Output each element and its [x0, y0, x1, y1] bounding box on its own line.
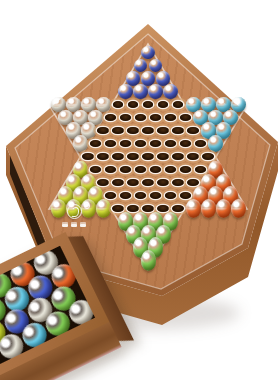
blue-marble [133, 84, 148, 99]
hole [157, 205, 169, 212]
hole [165, 114, 176, 121]
board-row [8, 72, 280, 85]
hole [180, 114, 191, 121]
hole [187, 179, 199, 186]
hole [195, 140, 206, 147]
hole [142, 205, 154, 212]
marble-white [51, 98, 66, 111]
hole [172, 127, 183, 134]
empty-hole [163, 111, 178, 124]
empty-hole [103, 163, 118, 176]
empty-hole [163, 137, 178, 150]
hole [150, 140, 161, 147]
empty-hole [148, 111, 163, 124]
hole [120, 114, 131, 121]
marble-orange [186, 202, 201, 215]
hole [135, 140, 146, 147]
empty-hole [171, 98, 186, 111]
hole [157, 153, 168, 160]
marble-blue [148, 85, 163, 98]
empty-hole [118, 189, 133, 202]
empty-hole [148, 163, 163, 176]
marble-white [73, 137, 88, 150]
hole [202, 153, 213, 160]
empty-hole [111, 124, 126, 137]
hole [127, 179, 139, 186]
hole [173, 101, 184, 108]
blue-marble [163, 84, 178, 99]
marble-orange [201, 202, 216, 215]
blue-marble [141, 46, 155, 60]
board-row [8, 137, 280, 150]
hole [157, 127, 168, 134]
hole [165, 166, 177, 173]
empty-hole [156, 176, 171, 189]
board-row [8, 98, 280, 111]
empty-hole [186, 124, 201, 137]
empty-hole [193, 137, 208, 150]
marble-blue [156, 72, 171, 85]
empty-hole [126, 124, 141, 137]
hole [97, 153, 108, 160]
empty-hole [156, 150, 171, 163]
empty-hole [126, 176, 141, 189]
board-row [8, 59, 280, 72]
marble-cyan [201, 98, 216, 111]
hole [135, 114, 146, 121]
hole [97, 127, 108, 134]
hole [112, 127, 123, 134]
hole [135, 166, 147, 173]
hole [120, 166, 132, 173]
empty-hole [171, 176, 186, 189]
marble-cyan [231, 98, 246, 111]
empty-hole [111, 176, 126, 189]
hole [127, 153, 138, 160]
empty-hole [133, 163, 148, 176]
marble-cyan [208, 137, 223, 150]
hole [113, 101, 124, 108]
empty-hole [141, 124, 156, 137]
board-row [8, 46, 280, 59]
marble-blue [163, 85, 178, 98]
hole [105, 114, 116, 121]
empty-hole [126, 98, 141, 111]
empty-hole [156, 124, 171, 137]
marble-blue [141, 72, 156, 85]
marble-cyan [186, 98, 201, 111]
hole [127, 205, 139, 212]
hole [172, 205, 184, 212]
empty-hole [133, 111, 148, 124]
product-photo [0, 0, 280, 380]
empty-hole [141, 150, 156, 163]
hole [142, 179, 154, 186]
empty-hole [171, 150, 186, 163]
registered-mark-icon [84, 203, 90, 209]
blue-marble [118, 84, 133, 99]
marble-cyan [216, 98, 231, 111]
hole [120, 140, 131, 147]
hole [172, 179, 184, 186]
marble-white [96, 98, 111, 111]
empty-hole [133, 189, 148, 202]
marble-blue [148, 59, 163, 72]
hole [142, 127, 153, 134]
hole [150, 166, 162, 173]
hole [157, 179, 169, 186]
hole [195, 166, 207, 173]
empty-hole [118, 163, 133, 176]
empty-hole [163, 163, 178, 176]
empty-hole [186, 150, 201, 163]
empty-hole [96, 150, 111, 163]
empty-hole [133, 137, 148, 150]
hole [165, 140, 176, 147]
hole [112, 153, 123, 160]
empty-hole [141, 98, 156, 111]
marble-green [141, 254, 156, 267]
hole [120, 192, 132, 199]
empty-hole [111, 150, 126, 163]
empty-hole [118, 137, 133, 150]
empty-hole [148, 189, 163, 202]
hole [180, 192, 192, 199]
marble-blue [126, 72, 141, 85]
board-row [8, 111, 280, 124]
empty-hole [178, 163, 193, 176]
board-row [8, 150, 280, 163]
marble-blue [133, 85, 148, 98]
hole [158, 101, 169, 108]
marble-orange [216, 202, 231, 215]
marble-white [81, 98, 96, 111]
empty-hole [103, 137, 118, 150]
empty-hole [88, 137, 103, 150]
blue-marble [148, 84, 163, 99]
empty-hole [156, 98, 171, 111]
empty-hole [141, 176, 156, 189]
empty-hole [171, 124, 186, 137]
hole [172, 153, 183, 160]
empty-hole [178, 111, 193, 124]
empty-hole [178, 137, 193, 150]
hole [82, 153, 93, 160]
hole [150, 114, 161, 121]
empty-hole [111, 98, 126, 111]
hole [135, 192, 147, 199]
hole [127, 127, 138, 134]
green-marble [141, 250, 156, 271]
hole [105, 140, 116, 147]
hole [187, 153, 198, 160]
marble-blue [141, 46, 156, 59]
hole [180, 140, 191, 147]
marble-blue [133, 59, 148, 72]
hole [105, 192, 117, 199]
board-row [8, 163, 280, 176]
hole [143, 101, 154, 108]
hole [180, 166, 192, 173]
empty-hole [148, 137, 163, 150]
hole [97, 179, 109, 186]
hole [142, 153, 153, 160]
empty-hole [96, 124, 111, 137]
empty-hole [103, 111, 118, 124]
marble-white [66, 98, 81, 111]
hole [112, 179, 124, 186]
marble-yellow [96, 202, 111, 215]
marble-blue [118, 85, 133, 98]
hole [112, 205, 124, 212]
marble-orange [231, 202, 246, 215]
hole [165, 192, 177, 199]
empty-hole [126, 150, 141, 163]
board-row [8, 176, 280, 189]
hole [105, 166, 117, 173]
empty-hole [163, 189, 178, 202]
hole [90, 166, 102, 173]
hole [187, 127, 198, 134]
hole [90, 140, 101, 147]
empty-hole [118, 111, 133, 124]
board-row [8, 124, 280, 137]
hole [128, 101, 139, 108]
hole [150, 192, 162, 199]
